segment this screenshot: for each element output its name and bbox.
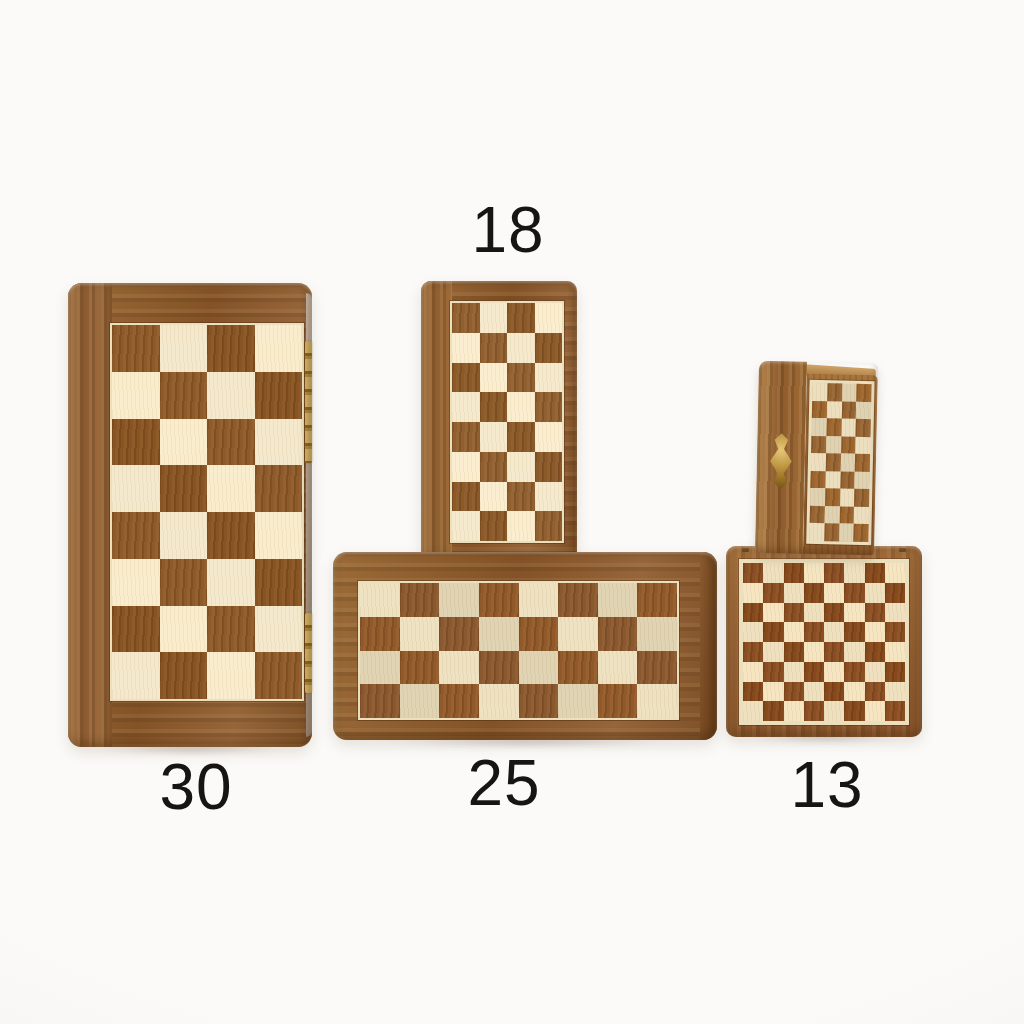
board-square (885, 662, 905, 682)
board-square (598, 583, 638, 617)
board-square (865, 563, 885, 583)
board-square (825, 489, 840, 507)
board-square (400, 651, 440, 685)
board-square (826, 436, 841, 454)
size-label-25: 25 (467, 746, 540, 820)
board-square (480, 303, 508, 333)
box-side-face (700, 552, 717, 740)
board-square (856, 401, 871, 419)
board-square (743, 603, 763, 623)
board-square (784, 682, 804, 702)
board-square (535, 303, 563, 333)
board-square (160, 419, 208, 466)
board-square (804, 563, 824, 583)
board-square (255, 652, 303, 699)
board-square (885, 701, 905, 721)
board-square (810, 506, 825, 524)
board-square (804, 583, 824, 603)
board-square (507, 333, 535, 363)
board-square (885, 642, 905, 662)
board-square (824, 506, 839, 524)
board-square (255, 559, 303, 606)
board-square (112, 559, 160, 606)
walnut-spine (68, 283, 112, 747)
board-square (400, 617, 440, 651)
box-front-face (803, 374, 878, 555)
board-square (535, 333, 563, 363)
board-square (452, 511, 480, 541)
board-square (842, 384, 857, 402)
board-square (855, 436, 870, 454)
board-square (207, 372, 255, 419)
board-square (507, 363, 535, 393)
board-square (160, 325, 208, 372)
board-square (255, 606, 303, 653)
board-square (854, 524, 869, 542)
board-square (824, 603, 844, 623)
board-square (439, 684, 479, 718)
board-square (811, 436, 826, 454)
hinge-pin-icon (899, 548, 906, 552)
board-square (811, 418, 826, 436)
board-square (743, 701, 763, 721)
board-square (255, 372, 303, 419)
board-square (844, 662, 864, 682)
board-square (844, 622, 864, 642)
board-square (507, 422, 535, 452)
board-square (840, 471, 855, 489)
board-square (856, 384, 871, 402)
board-square (810, 488, 825, 506)
board-square (479, 684, 519, 718)
board-square (535, 422, 563, 452)
board-square (452, 422, 480, 452)
board-square (160, 559, 208, 606)
board-square (160, 652, 208, 699)
board-square (637, 684, 677, 718)
board-square (400, 684, 440, 718)
board-square (827, 401, 842, 419)
board-square (452, 363, 480, 393)
board-square (824, 682, 844, 702)
board-square (535, 511, 563, 541)
board-square (535, 363, 563, 393)
board-square (784, 701, 804, 721)
board-square (804, 603, 824, 623)
chess-box-mini (755, 361, 878, 555)
board-square (255, 419, 303, 466)
board-square (637, 651, 677, 685)
board-square (519, 651, 559, 685)
checkerboard-panel (743, 563, 905, 721)
board-square (784, 563, 804, 583)
board-square (400, 583, 440, 617)
board-square (160, 606, 208, 653)
board-square (844, 701, 864, 721)
board-square (743, 563, 763, 583)
board-square (763, 701, 783, 721)
board-square (507, 392, 535, 422)
board-square (839, 489, 854, 507)
board-square (112, 465, 160, 512)
board-square (452, 303, 480, 333)
board-square (826, 418, 841, 436)
board-square (844, 642, 864, 662)
board-square (507, 482, 535, 512)
board-square (480, 422, 508, 452)
walnut-spine (421, 281, 452, 560)
board-square (598, 651, 638, 685)
board-square (784, 583, 804, 603)
board-square (804, 622, 824, 642)
board-square (360, 651, 400, 685)
board-square (784, 662, 804, 682)
board-square (865, 603, 885, 623)
board-square (207, 465, 255, 512)
board-square (865, 622, 885, 642)
board-square (112, 652, 160, 699)
board-square (856, 419, 871, 437)
hinge-pin-icon (742, 548, 749, 552)
product-photo-scene: 18 30 25 13 (0, 0, 1024, 1024)
board-square (598, 617, 638, 651)
board-square (743, 642, 763, 662)
board-square (207, 559, 255, 606)
board-square (763, 563, 783, 583)
board-square (784, 603, 804, 623)
board-square (824, 642, 844, 662)
board-square (507, 452, 535, 482)
board-square (743, 662, 763, 682)
board-square (885, 583, 905, 603)
size-label-30: 30 (159, 750, 232, 824)
size-label-18: 18 (471, 193, 544, 267)
board-square (763, 622, 783, 642)
board-square (207, 652, 255, 699)
board-square (840, 454, 855, 472)
board-square (535, 482, 563, 512)
board-square (479, 651, 519, 685)
board-square (637, 583, 677, 617)
board-square (207, 419, 255, 466)
board-square (160, 465, 208, 512)
board-square (519, 684, 559, 718)
board-square (804, 642, 824, 662)
brass-hinge-icon (305, 613, 312, 693)
board-square (804, 682, 824, 702)
board-square (827, 383, 842, 401)
board-square (844, 682, 864, 702)
board-square (804, 701, 824, 721)
checkerboard-panel (452, 303, 562, 541)
board-square (360, 617, 400, 651)
board-square (844, 603, 864, 623)
board-square (809, 523, 824, 541)
board-square (865, 701, 885, 721)
checkerboard-panel (809, 383, 871, 542)
board-square (160, 512, 208, 559)
board-square (855, 472, 870, 490)
board-square (479, 617, 519, 651)
board-square (824, 622, 844, 642)
board-square (855, 454, 870, 472)
board-square (743, 583, 763, 603)
board-square (763, 682, 783, 702)
chess-box-25 (333, 552, 717, 740)
board-square (743, 682, 763, 702)
board-square (452, 392, 480, 422)
board-square (784, 642, 804, 662)
chess-box-18 (421, 281, 577, 560)
board-square (841, 401, 856, 419)
board-square (207, 606, 255, 653)
board-square (207, 512, 255, 559)
board-square (839, 524, 854, 542)
board-square (480, 511, 508, 541)
walnut-spine (755, 361, 807, 554)
board-square (865, 682, 885, 702)
board-square (885, 603, 905, 623)
board-square (480, 392, 508, 422)
board-square (854, 489, 869, 507)
board-square (841, 419, 856, 437)
board-square (452, 482, 480, 512)
board-square (112, 606, 160, 653)
brass-clasp-icon (768, 433, 793, 489)
board-square (480, 452, 508, 482)
board-square (480, 333, 508, 363)
board-square (824, 524, 839, 542)
board-square (811, 453, 826, 471)
board-square (360, 583, 400, 617)
board-square (824, 662, 844, 682)
board-square (885, 682, 905, 702)
board-square (112, 419, 160, 466)
board-square (841, 436, 856, 454)
board-square (885, 563, 905, 583)
board-square (825, 471, 840, 489)
board-square (865, 642, 885, 662)
chess-box-30 (68, 283, 312, 747)
board-square (763, 642, 783, 662)
board-square (810, 471, 825, 489)
board-square (784, 622, 804, 642)
board-square (439, 651, 479, 685)
board-square (112, 325, 160, 372)
board-square (160, 372, 208, 419)
board-square (885, 622, 905, 642)
board-square (637, 617, 677, 651)
board-square (255, 512, 303, 559)
board-square (507, 303, 535, 333)
checkerboard-panel (360, 583, 677, 718)
board-square (439, 617, 479, 651)
checkerboard-panel (112, 325, 302, 699)
board-square (598, 684, 638, 718)
board-square (812, 383, 827, 401)
board-square (535, 452, 563, 482)
board-square (825, 453, 840, 471)
board-square (519, 583, 559, 617)
board-square (558, 617, 598, 651)
board-square (558, 651, 598, 685)
board-square (824, 563, 844, 583)
board-square (865, 583, 885, 603)
board-square (480, 482, 508, 512)
brass-hinge-icon (305, 341, 312, 463)
board-square (452, 452, 480, 482)
chess-box-13 (726, 546, 922, 737)
board-square (112, 372, 160, 419)
board-square (743, 622, 763, 642)
board-square (507, 511, 535, 541)
board-square (452, 333, 480, 363)
board-square (844, 583, 864, 603)
board-square (854, 507, 869, 525)
board-square (207, 325, 255, 372)
board-square (360, 684, 400, 718)
board-square (480, 363, 508, 393)
board-square (839, 506, 854, 524)
board-square (763, 583, 783, 603)
board-square (558, 583, 598, 617)
board-square (535, 392, 563, 422)
size-label-13: 13 (790, 748, 863, 822)
board-square (865, 662, 885, 682)
board-square (112, 512, 160, 559)
board-square (255, 325, 303, 372)
board-square (812, 400, 827, 418)
board-square (479, 583, 519, 617)
board-square (763, 662, 783, 682)
board-square (439, 583, 479, 617)
board-square (824, 583, 844, 603)
board-square (824, 701, 844, 721)
board-square (255, 465, 303, 512)
board-square (804, 662, 824, 682)
board-square (763, 603, 783, 623)
board-square (844, 563, 864, 583)
board-square (519, 617, 559, 651)
board-square (558, 684, 598, 718)
